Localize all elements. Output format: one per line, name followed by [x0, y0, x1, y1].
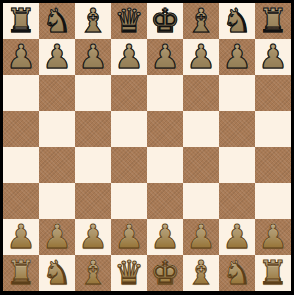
square-e4[interactable] [147, 147, 183, 183]
piece-black-pawn: ♟ [78, 39, 108, 75]
square-d5[interactable] [111, 111, 147, 147]
square-g5[interactable] [219, 111, 255, 147]
piece-white-knight: ♞ [42, 255, 72, 291]
piece-white-pawn: ♟ [186, 219, 216, 255]
piece-white-pawn: ♟ [150, 219, 180, 255]
square-c7[interactable]: ♟ [75, 39, 111, 75]
piece-black-bishop: ♝ [186, 3, 216, 39]
square-b5[interactable] [39, 111, 75, 147]
chess-board: ♜♞♝♛♚♝♞♜♟♟♟♟♟♟♟♟♟♟♟♟♟♟♟♟♜♞♝♛♚♝♞♜ [3, 3, 291, 291]
square-f3[interactable] [183, 183, 219, 219]
square-a5[interactable] [3, 111, 39, 147]
square-h3[interactable] [255, 183, 291, 219]
piece-white-queen: ♛ [114, 255, 144, 291]
chess-board-frame: ♜♞♝♛♚♝♞♜♟♟♟♟♟♟♟♟♟♟♟♟♟♟♟♟♜♞♝♛♚♝♞♜ [0, 0, 294, 295]
square-c8[interactable]: ♝ [75, 3, 111, 39]
square-f5[interactable] [183, 111, 219, 147]
square-g1[interactable]: ♞ [219, 255, 255, 291]
piece-black-pawn: ♟ [150, 39, 180, 75]
square-c6[interactable] [75, 75, 111, 111]
square-g4[interactable] [219, 147, 255, 183]
square-d7[interactable]: ♟ [111, 39, 147, 75]
square-b4[interactable] [39, 147, 75, 183]
square-b8[interactable]: ♞ [39, 3, 75, 39]
square-h5[interactable] [255, 111, 291, 147]
square-g7[interactable]: ♟ [219, 39, 255, 75]
piece-black-pawn: ♟ [42, 39, 72, 75]
square-c5[interactable] [75, 111, 111, 147]
piece-black-pawn: ♟ [186, 39, 216, 75]
piece-black-queen: ♛ [114, 3, 144, 39]
piece-white-bishop: ♝ [186, 255, 216, 291]
square-e8[interactable]: ♚ [147, 3, 183, 39]
square-b1[interactable]: ♞ [39, 255, 75, 291]
square-f8[interactable]: ♝ [183, 3, 219, 39]
square-e2[interactable]: ♟ [147, 219, 183, 255]
square-g6[interactable] [219, 75, 255, 111]
square-e5[interactable] [147, 111, 183, 147]
square-b3[interactable] [39, 183, 75, 219]
square-a7[interactable]: ♟ [3, 39, 39, 75]
square-e7[interactable]: ♟ [147, 39, 183, 75]
square-a3[interactable] [3, 183, 39, 219]
piece-black-pawn: ♟ [222, 39, 252, 75]
square-g8[interactable]: ♞ [219, 3, 255, 39]
piece-black-pawn: ♟ [258, 39, 288, 75]
square-e1[interactable]: ♚ [147, 255, 183, 291]
square-d4[interactable] [111, 147, 147, 183]
piece-white-pawn: ♟ [114, 219, 144, 255]
square-c4[interactable] [75, 147, 111, 183]
piece-white-rook: ♜ [258, 255, 288, 291]
piece-white-pawn: ♟ [6, 219, 36, 255]
piece-white-knight: ♞ [222, 255, 252, 291]
piece-white-bishop: ♝ [78, 255, 108, 291]
square-h4[interactable] [255, 147, 291, 183]
piece-black-bishop: ♝ [78, 3, 108, 39]
square-e6[interactable] [147, 75, 183, 111]
square-d6[interactable] [111, 75, 147, 111]
square-f7[interactable]: ♟ [183, 39, 219, 75]
square-d8[interactable]: ♛ [111, 3, 147, 39]
square-e3[interactable] [147, 183, 183, 219]
square-h7[interactable]: ♟ [255, 39, 291, 75]
square-c1[interactable]: ♝ [75, 255, 111, 291]
piece-black-pawn: ♟ [6, 39, 36, 75]
square-c2[interactable]: ♟ [75, 219, 111, 255]
square-f6[interactable] [183, 75, 219, 111]
piece-black-rook: ♜ [6, 3, 36, 39]
piece-black-pawn: ♟ [114, 39, 144, 75]
square-a8[interactable]: ♜ [3, 3, 39, 39]
square-f4[interactable] [183, 147, 219, 183]
piece-black-rook: ♜ [258, 3, 288, 39]
piece-black-king: ♚ [150, 3, 180, 39]
piece-black-knight: ♞ [222, 3, 252, 39]
square-c3[interactable] [75, 183, 111, 219]
square-d3[interactable] [111, 183, 147, 219]
square-d2[interactable]: ♟ [111, 219, 147, 255]
square-h1[interactable]: ♜ [255, 255, 291, 291]
square-g3[interactable] [219, 183, 255, 219]
piece-white-pawn: ♟ [258, 219, 288, 255]
square-d1[interactable]: ♛ [111, 255, 147, 291]
square-b2[interactable]: ♟ [39, 219, 75, 255]
square-a1[interactable]: ♜ [3, 255, 39, 291]
piece-white-king: ♚ [150, 255, 180, 291]
square-b6[interactable] [39, 75, 75, 111]
square-h8[interactable]: ♜ [255, 3, 291, 39]
piece-white-pawn: ♟ [78, 219, 108, 255]
piece-white-pawn: ♟ [222, 219, 252, 255]
square-f2[interactable]: ♟ [183, 219, 219, 255]
piece-white-rook: ♜ [6, 255, 36, 291]
square-g2[interactable]: ♟ [219, 219, 255, 255]
piece-black-knight: ♞ [42, 3, 72, 39]
square-b7[interactable]: ♟ [39, 39, 75, 75]
square-a4[interactable] [3, 147, 39, 183]
square-h2[interactable]: ♟ [255, 219, 291, 255]
square-h6[interactable] [255, 75, 291, 111]
piece-white-pawn: ♟ [42, 219, 72, 255]
square-f1[interactable]: ♝ [183, 255, 219, 291]
square-a2[interactable]: ♟ [3, 219, 39, 255]
square-a6[interactable] [3, 75, 39, 111]
